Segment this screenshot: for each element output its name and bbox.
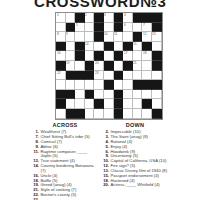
grid-cell[interactable] [75,61,85,71]
cell-number: 14 [85,42,89,45]
black-cell [152,51,162,61]
black-cell [142,80,152,90]
black-cell [142,13,152,23]
black-cell [56,61,66,71]
black-cell [75,71,85,81]
down-list: 2.Impeccable (10)3.The Saint (anag) (8)4… [102,129,168,187]
clue-lists: ACROSS 1.Wealthiest (7)7.Chief Sitting B… [32,123,172,200]
grid-cell[interactable]: 23 [94,71,104,81]
grid-cell[interactable] [133,90,143,100]
page-title: CROSSWORD №3 [34,0,160,10]
black-cell [75,42,85,52]
grid-cell[interactable] [56,109,66,119]
clue-text: Actress, ____ Whitfield (4) [111,183,169,188]
cell-number: 2 [85,13,87,16]
black-cell [66,109,76,119]
grid-cell[interactable] [85,80,95,90]
grid-cell[interactable] [152,71,162,81]
grid-cell[interactable] [142,90,152,100]
cell-number: 9 [66,32,68,35]
cell-number: 11 [114,32,117,35]
black-cell [114,109,124,119]
grid-cell[interactable] [104,99,114,109]
grid-cell[interactable] [94,109,104,119]
grid-cell[interactable] [75,99,85,109]
cell-number: 1 [57,13,59,16]
crossword-grid: 1234567891011121314151617181920212223 [55,12,163,120]
cell-number: 10 [104,32,108,35]
down-header: DOWN [102,123,168,128]
grid-cell[interactable] [123,32,133,42]
cell-number: 3 [104,13,106,16]
grid-cell[interactable] [114,80,124,90]
black-cell [75,51,85,61]
grid-cell[interactable] [66,80,76,90]
grid-cell[interactable] [94,42,104,52]
grid-cell[interactable] [75,32,85,42]
black-cell [123,61,133,71]
grid-cell[interactable] [114,61,124,71]
grid-cell[interactable] [152,90,162,100]
black-cell [114,71,124,81]
black-cell [152,13,162,23]
grid-cell[interactable] [104,51,114,61]
grid-cell[interactable]: 1 [56,13,66,23]
grid-cell[interactable] [133,71,143,81]
cell-number: 19 [66,61,70,64]
black-cell [152,109,162,119]
black-cell [114,90,124,100]
grid-cell[interactable] [66,42,76,52]
black-cell [133,13,143,23]
black-cell [56,90,66,100]
grid-cell[interactable] [104,109,114,119]
black-cell [114,99,124,109]
across-clue: 23. [32,197,98,200]
grid-cell[interactable] [85,51,95,61]
grid-cell[interactable]: 15 [133,42,143,52]
clue-text [41,197,99,200]
black-cell [94,99,104,109]
grid-cell[interactable]: 8 [56,32,66,42]
crossword-page: CROSSWORD №3 123456789101112131415161718… [0,0,200,200]
title-text: CROSSWORD [34,0,140,10]
black-cell [94,23,104,33]
black-cell [85,61,95,71]
black-cell [94,32,104,42]
grid-cell[interactable]: 3 [104,13,114,23]
cell-number: 21 [133,61,137,64]
grid-cell[interactable]: 14 [85,42,95,52]
black-cell [66,71,76,81]
grid-cell[interactable]: 12 [142,32,152,42]
grid-cell[interactable] [85,109,95,119]
black-cell [133,32,143,42]
cell-number: 6 [124,23,126,26]
cell-number: 20 [95,61,99,64]
grid-cell[interactable] [123,90,133,100]
grid-cell[interactable] [75,90,85,100]
clue-number: 23. [32,197,39,200]
across-header: ACROSS [32,123,98,128]
grid-cell[interactable] [104,71,114,81]
grid-cell[interactable]: 5 [75,23,85,33]
black-cell [75,109,85,119]
cell-number: 22 [57,71,61,74]
across-list: 1.Wealthiest (7)7.Chief Sitting Bull's t… [32,129,98,200]
cell-number: 5 [76,23,78,26]
grid-cell[interactable] [123,71,133,81]
cell-number: 17 [124,51,128,54]
grid-cell[interactable] [56,80,66,90]
black-cell [114,51,124,61]
grid-cell[interactable]: 21 [133,61,143,71]
grid-cell[interactable]: 2 [85,13,95,23]
black-cell [114,13,124,23]
black-cell [104,61,114,71]
grid-cell[interactable] [123,109,133,119]
black-cell [152,61,162,71]
across-clue: 11.Ragtime composer, ____ Joplin (5) [32,149,98,159]
grid-cell[interactable] [66,13,76,23]
black-cell [66,90,76,100]
clue-number: 11. [32,149,39,159]
grid-cell[interactable] [152,99,162,109]
grid-cell[interactable]: 6 [123,23,133,33]
grid-cell[interactable] [133,23,143,33]
down-clue: 20.Actress, ____ Whitfield (4) [102,183,168,188]
black-cell [152,80,162,90]
cell-number: 15 [133,42,137,45]
across-column: ACROSS 1.Wealthiest (7)7.Chief Sitting B… [32,123,98,200]
grid-cell[interactable] [94,80,104,90]
grid-cell[interactable] [85,32,95,42]
grid-cell[interactable]: 22 [56,71,66,81]
grid-cell[interactable] [85,23,95,33]
grid-cell[interactable] [85,99,95,109]
grid-cell[interactable] [104,90,114,100]
black-cell [75,13,85,23]
grid-cell[interactable] [75,80,85,90]
grid-cell[interactable] [142,61,152,71]
cell-number: 7 [143,23,145,26]
grid-cell[interactable] [123,99,133,109]
clue-text: Ragtime composer, ____ Joplin (5) [41,149,99,159]
grid-cell[interactable]: 16 [56,51,66,61]
down-column: DOWN 2.Impeccable (10)3.The Saint (anag)… [102,123,168,200]
black-cell [104,80,114,90]
grid-cell[interactable]: 9 [66,32,76,42]
black-cell [142,99,152,109]
title-number: №3 [140,0,166,10]
cell-number: 12 [143,32,147,35]
grid-cell[interactable]: 17 [123,51,133,61]
grid-cell[interactable] [133,109,143,119]
grid-cell[interactable] [94,90,104,100]
grid-cell[interactable] [66,99,76,109]
grid-cell[interactable]: 20 [94,61,104,71]
cell-number: 23 [95,71,99,74]
cell-number: 13 [152,32,156,35]
grid-cell[interactable]: 10 [104,32,114,42]
grid-cell[interactable] [142,71,152,81]
cell-number: 18 [143,51,147,54]
grid-cell[interactable] [123,80,133,90]
clue-number: 20. [102,183,109,188]
grid-cell[interactable]: 4 [123,13,133,23]
cell-number: 4 [124,13,126,16]
grid-cell[interactable] [114,42,124,52]
grid-cell[interactable] [133,99,143,109]
black-cell [104,42,114,52]
black-cell [94,13,104,23]
grid-cell[interactable]: 13 [152,32,162,42]
black-cell [85,90,95,100]
black-cell [133,80,143,90]
grid-cell[interactable]: 18 [142,51,152,61]
black-cell [56,99,66,109]
grid-cell[interactable] [152,42,162,52]
grid-cell[interactable] [142,109,152,119]
grid-cell[interactable]: 11 [114,32,124,42]
black-cell [85,71,95,81]
cell-number: 8 [57,32,59,35]
cell-number: 16 [57,51,61,54]
grid-cell[interactable]: 19 [66,61,76,71]
